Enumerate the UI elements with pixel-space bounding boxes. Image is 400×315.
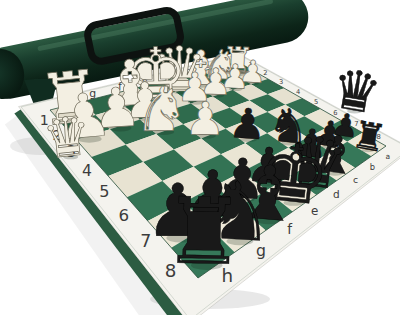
svg-text:♜: ♜	[162, 177, 246, 286]
rank-label-a-side-4: 4	[296, 88, 300, 96]
svg-text:♞: ♞	[133, 73, 189, 145]
piece-white-pawn-e4: ♟	[184, 92, 226, 146]
rank-label-h-side-5: 5	[99, 182, 109, 201]
rank-label-a-side-3: 3	[279, 78, 283, 86]
piece-black-rook-h8: ♜	[162, 177, 246, 286]
chess-board: 1122334455667788aabbccddeeffgghh♜♞♟♝♟♛♟♚…	[0, 0, 400, 315]
rank-label-a-side-5: 5	[314, 98, 318, 106]
svg-text:♛: ♛	[40, 104, 95, 172]
svg-text:♟: ♟	[184, 92, 226, 146]
rank-label-h-side-6: 6	[118, 205, 129, 225]
file-label-near-a: a	[385, 152, 390, 161]
piece-white-knight-f3: ♞	[133, 73, 189, 145]
file-label-near-b: b	[370, 162, 375, 172]
extra-white-queen: ♛	[40, 104, 95, 172]
chess-set-product-photo: 1122334455667788aabbccddeeffgghh♜♞♟♝♟♛♟♚…	[0, 0, 400, 315]
